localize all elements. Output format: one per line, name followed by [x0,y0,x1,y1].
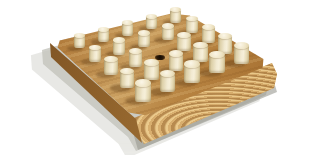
peg-r0c2[interactable] [122,23,133,36]
peg-top [146,14,157,19]
peg-top [113,37,125,43]
peg-r4c0[interactable] [135,83,151,102]
peg-top [234,42,250,49]
peg-r2c3[interactable] [177,35,190,51]
peg-r1c2[interactable] [138,33,150,48]
peg-r3c0[interactable] [120,71,135,88]
peg-top [120,68,135,75]
peg-top [89,45,101,51]
peg-r1c0[interactable] [89,47,101,62]
peg-top [104,56,117,62]
peg-r4c2[interactable] [184,64,200,83]
peg-r0c4[interactable] [170,10,181,23]
peg-top [170,7,181,12]
peg-top [98,27,109,32]
peg-r1c4[interactable] [186,19,198,34]
peg-top [160,70,176,77]
peg-top [202,24,215,30]
peg-r1c3[interactable] [162,26,174,41]
peg-r3c2[interactable] [169,54,184,71]
peg-r2c4[interactable] [202,27,215,43]
peg-top [74,33,85,38]
peg-top [122,20,133,25]
peg-top [129,48,142,54]
peg-r1c1[interactable] [113,40,125,55]
peg-top [138,30,150,36]
scene [0,0,310,155]
peg-top [169,50,184,57]
peg-r0c0[interactable] [74,35,85,48]
peg-r4c3[interactable] [209,55,225,74]
peg-r4c4[interactable] [234,45,250,64]
peg-r2c1[interactable] [129,51,142,67]
peg-top [193,42,208,49]
pegs-layer [0,0,310,155]
peg-r4c1[interactable] [160,74,176,93]
peg-top [209,51,225,58]
peg-r0c3[interactable] [146,16,157,29]
peg-r3c1[interactable] [144,62,159,79]
peg-top [135,79,151,86]
peg-top [186,16,198,22]
peg-r0c1[interactable] [98,29,109,42]
peg-top [162,23,174,29]
peg-top [218,33,233,40]
peg-top [184,60,200,67]
peg-top [177,32,190,38]
peg-top [144,59,159,66]
peg-r2c0[interactable] [104,59,117,75]
